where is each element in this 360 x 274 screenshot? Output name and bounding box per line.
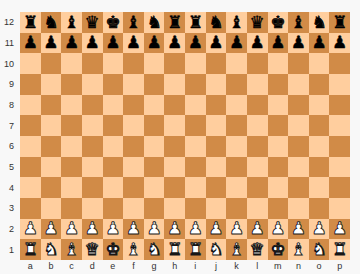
square-c5[interactable] (61, 157, 82, 178)
square-m1[interactable]: ♚ (268, 239, 289, 260)
piece-white-pawn: ♟ (146, 220, 161, 237)
square-o10[interactable] (309, 53, 330, 74)
square-f1[interactable]: ♝ (123, 239, 144, 260)
square-a6[interactable] (20, 136, 41, 157)
square-n7[interactable] (288, 115, 309, 136)
square-a4[interactable] (20, 177, 41, 198)
piece-white-king: ♚ (270, 241, 285, 258)
square-o12[interactable]: ♞ (309, 12, 330, 33)
square-m9[interactable] (268, 74, 289, 95)
square-m2[interactable]: ♟ (268, 219, 289, 240)
file-label-h: h (164, 261, 185, 271)
square-p11[interactable]: ♟ (329, 33, 350, 54)
square-f7[interactable] (123, 115, 144, 136)
square-d1[interactable]: ♛ (82, 239, 103, 260)
rank-label-10: 10 (0, 53, 14, 74)
rank-label-3: 3 (0, 198, 14, 219)
square-o6[interactable] (309, 136, 330, 157)
piece-white-queen: ♛ (85, 241, 100, 258)
square-l11[interactable]: ♟ (247, 33, 268, 54)
square-h12[interactable]: ♜ (164, 12, 185, 33)
square-l5[interactable] (247, 157, 268, 178)
square-h11[interactable]: ♟ (164, 33, 185, 54)
square-p8[interactable] (329, 95, 350, 116)
file-label-a: a (20, 261, 41, 271)
piece-black-bishop: ♝ (64, 13, 79, 30)
square-g12[interactable]: ♞ (144, 12, 165, 33)
piece-black-knight: ♞ (43, 13, 58, 30)
file-label-g: g (144, 261, 165, 271)
piece-white-bishop: ♝ (64, 241, 79, 258)
piece-white-pawn: ♟ (23, 220, 38, 237)
square-i1[interactable]: ♜ (185, 239, 206, 260)
piece-black-pawn: ♟ (126, 34, 141, 51)
square-k3[interactable] (226, 198, 247, 219)
square-j3[interactable] (206, 198, 227, 219)
square-g10[interactable] (144, 53, 165, 74)
square-h10[interactable] (164, 53, 185, 74)
square-c1[interactable]: ♝ (61, 239, 82, 260)
square-f4[interactable] (123, 177, 144, 198)
square-i3[interactable] (185, 198, 206, 219)
piece-black-rook: ♜ (188, 13, 203, 30)
square-j9[interactable] (206, 74, 227, 95)
piece-white-pawn: ♟ (43, 220, 58, 237)
square-j4[interactable] (206, 177, 227, 198)
piece-white-king: ♚ (105, 241, 120, 258)
square-a8[interactable] (20, 95, 41, 116)
rank-label-9: 9 (0, 74, 14, 95)
square-j11[interactable]: ♟ (206, 33, 227, 54)
square-o7[interactable] (309, 115, 330, 136)
square-n1[interactable]: ♝ (288, 239, 309, 260)
square-c2[interactable]: ♟ (61, 219, 82, 240)
piece-black-pawn: ♟ (291, 34, 306, 51)
piece-white-pawn: ♟ (332, 220, 347, 237)
piece-white-rook: ♜ (167, 241, 182, 258)
piece-white-bishop: ♝ (291, 241, 306, 258)
square-f2[interactable]: ♟ (123, 219, 144, 240)
file-label-k: k (226, 261, 247, 271)
square-p1[interactable]: ♜ (329, 239, 350, 260)
square-b1[interactable]: ♞ (41, 239, 62, 260)
square-l3[interactable] (247, 198, 268, 219)
file-label-j: j (206, 261, 227, 271)
piece-black-pawn: ♟ (229, 34, 244, 51)
square-e11[interactable]: ♟ (103, 33, 124, 54)
square-i6[interactable] (185, 136, 206, 157)
square-e8[interactable] (103, 95, 124, 116)
square-k10[interactable] (226, 53, 247, 74)
file-label-b: b (41, 261, 62, 271)
square-a11[interactable]: ♟ (20, 33, 41, 54)
square-l1[interactable]: ♛ (247, 239, 268, 260)
rank-label-5: 5 (0, 157, 14, 178)
square-p5[interactable] (329, 157, 350, 178)
piece-black-pawn: ♟ (64, 34, 79, 51)
square-a10[interactable] (20, 53, 41, 74)
piece-white-bishop: ♝ (126, 241, 141, 258)
square-j5[interactable] (206, 157, 227, 178)
square-d6[interactable] (82, 136, 103, 157)
square-n10[interactable] (288, 53, 309, 74)
square-l6[interactable] (247, 136, 268, 157)
file-labels: abcdefghijklmnop (20, 260, 350, 273)
square-h5[interactable] (164, 157, 185, 178)
file-label-l: l (247, 261, 268, 271)
square-j2[interactable]: ♟ (206, 219, 227, 240)
piece-black-rook: ♜ (167, 13, 182, 30)
square-b8[interactable] (41, 95, 62, 116)
square-b7[interactable] (41, 115, 62, 136)
piece-black-knight: ♞ (208, 13, 223, 30)
square-j8[interactable] (206, 95, 227, 116)
square-j6[interactable] (206, 136, 227, 157)
square-k1[interactable]: ♝ (226, 239, 247, 260)
piece-black-king: ♚ (270, 13, 285, 30)
square-h3[interactable] (164, 198, 185, 219)
square-c3[interactable] (61, 198, 82, 219)
square-o11[interactable]: ♟ (309, 33, 330, 54)
square-i9[interactable] (185, 74, 206, 95)
piece-white-pawn: ♟ (291, 220, 306, 237)
piece-black-pawn: ♟ (188, 34, 203, 51)
square-k7[interactable] (226, 115, 247, 136)
square-n4[interactable] (288, 177, 309, 198)
piece-white-knight: ♞ (311, 241, 326, 258)
square-o3[interactable] (309, 198, 330, 219)
square-e3[interactable] (103, 198, 124, 219)
piece-white-pawn: ♟ (250, 220, 265, 237)
square-a5[interactable] (20, 157, 41, 178)
piece-white-rook: ♜ (23, 241, 38, 258)
square-g9[interactable] (144, 74, 165, 95)
piece-black-pawn: ♟ (105, 34, 120, 51)
square-e6[interactable] (103, 136, 124, 157)
square-f11[interactable]: ♟ (123, 33, 144, 54)
square-e5[interactable] (103, 157, 124, 178)
rank-label-8: 8 (0, 95, 14, 116)
square-d2[interactable]: ♟ (82, 219, 103, 240)
square-f6[interactable] (123, 136, 144, 157)
piece-black-pawn: ♟ (208, 34, 223, 51)
square-b9[interactable] (41, 74, 62, 95)
square-j10[interactable] (206, 53, 227, 74)
square-l7[interactable] (247, 115, 268, 136)
square-d8[interactable] (82, 95, 103, 116)
square-a1[interactable]: ♜ (20, 239, 41, 260)
square-l2[interactable]: ♟ (247, 219, 268, 240)
square-e10[interactable] (103, 53, 124, 74)
square-m4[interactable] (268, 177, 289, 198)
file-label-m: m (268, 261, 289, 271)
square-n11[interactable]: ♟ (288, 33, 309, 54)
square-c4[interactable] (61, 177, 82, 198)
square-k8[interactable] (226, 95, 247, 116)
piece-white-queen: ♛ (250, 241, 265, 258)
piece-black-pawn: ♟ (332, 34, 347, 51)
file-label-c: c (61, 261, 82, 271)
piece-black-bishop: ♝ (229, 13, 244, 30)
square-k9[interactable] (226, 74, 247, 95)
square-b5[interactable] (41, 157, 62, 178)
square-i11[interactable]: ♟ (185, 33, 206, 54)
piece-black-pawn: ♟ (250, 34, 265, 51)
square-d3[interactable] (82, 198, 103, 219)
square-o8[interactable] (309, 95, 330, 116)
square-f9[interactable] (123, 74, 144, 95)
square-g4[interactable] (144, 177, 165, 198)
square-b4[interactable] (41, 177, 62, 198)
square-m10[interactable] (268, 53, 289, 74)
square-c11[interactable]: ♟ (61, 33, 82, 54)
rank-label-11: 11 (0, 33, 14, 54)
chess-board: ♜♞♝♛♚♝♞♜♜♞♝♛♚♝♞♜♟♟♟♟♟♟♟♟♟♟♟♟♟♟♟♟♟♟♟♟♟♟♟♟… (20, 12, 350, 260)
piece-black-rook: ♜ (23, 13, 38, 30)
square-a9[interactable] (20, 74, 41, 95)
piece-white-knight: ♞ (43, 241, 58, 258)
square-c6[interactable] (61, 136, 82, 157)
square-h2[interactable]: ♟ (164, 219, 185, 240)
square-k2[interactable]: ♟ (226, 219, 247, 240)
square-i8[interactable] (185, 95, 206, 116)
square-g7[interactable] (144, 115, 165, 136)
rank-label-6: 6 (0, 136, 14, 157)
square-l8[interactable] (247, 95, 268, 116)
square-f5[interactable] (123, 157, 144, 178)
square-p2[interactable]: ♟ (329, 219, 350, 240)
square-k6[interactable] (226, 136, 247, 157)
square-h9[interactable] (164, 74, 185, 95)
piece-black-pawn: ♟ (43, 34, 58, 51)
square-n5[interactable] (288, 157, 309, 178)
square-n2[interactable]: ♟ (288, 219, 309, 240)
square-b10[interactable] (41, 53, 62, 74)
piece-black-knight: ♞ (146, 13, 161, 30)
file-label-d: d (82, 261, 103, 271)
square-c10[interactable] (61, 53, 82, 74)
square-j1[interactable]: ♞ (206, 239, 227, 260)
square-c12[interactable]: ♝ (61, 12, 82, 33)
piece-black-pawn: ♟ (311, 34, 326, 51)
square-b11[interactable]: ♟ (41, 33, 62, 54)
piece-white-rook: ♜ (332, 241, 347, 258)
piece-white-pawn: ♟ (208, 220, 223, 237)
square-h7[interactable] (164, 115, 185, 136)
piece-white-pawn: ♟ (229, 220, 244, 237)
square-p9[interactable] (329, 74, 350, 95)
square-l12[interactable]: ♛ (247, 12, 268, 33)
square-i12[interactable]: ♜ (185, 12, 206, 33)
square-g1[interactable]: ♞ (144, 239, 165, 260)
piece-black-bishop: ♝ (126, 13, 141, 30)
piece-white-pawn: ♟ (311, 220, 326, 237)
square-o5[interactable] (309, 157, 330, 178)
piece-black-pawn: ♟ (167, 34, 182, 51)
piece-black-knight: ♞ (311, 13, 326, 30)
piece-white-pawn: ♟ (105, 220, 120, 237)
square-g2[interactable]: ♟ (144, 219, 165, 240)
square-p3[interactable] (329, 198, 350, 219)
square-d7[interactable] (82, 115, 103, 136)
square-n3[interactable] (288, 198, 309, 219)
square-b2[interactable]: ♟ (41, 219, 62, 240)
square-m8[interactable] (268, 95, 289, 116)
square-n8[interactable] (288, 95, 309, 116)
square-e7[interactable] (103, 115, 124, 136)
piece-white-pawn: ♟ (167, 220, 182, 237)
piece-black-queen: ♛ (85, 13, 100, 30)
square-g5[interactable] (144, 157, 165, 178)
square-m6[interactable] (268, 136, 289, 157)
piece-white-rook: ♜ (188, 241, 203, 258)
piece-black-bishop: ♝ (291, 13, 306, 30)
square-k4[interactable] (226, 177, 247, 198)
file-label-i: i (185, 261, 206, 271)
square-i2[interactable]: ♟ (185, 219, 206, 240)
square-i10[interactable] (185, 53, 206, 74)
square-l9[interactable] (247, 74, 268, 95)
square-g11[interactable]: ♟ (144, 33, 165, 54)
piece-white-pawn: ♟ (188, 220, 203, 237)
square-g6[interactable] (144, 136, 165, 157)
square-k11[interactable]: ♟ (226, 33, 247, 54)
square-g8[interactable] (144, 95, 165, 116)
piece-white-knight: ♞ (208, 241, 223, 258)
piece-black-king: ♚ (105, 13, 120, 30)
square-m7[interactable] (268, 115, 289, 136)
square-e9[interactable] (103, 74, 124, 95)
square-o9[interactable] (309, 74, 330, 95)
square-c7[interactable] (61, 115, 82, 136)
square-b12[interactable]: ♞ (41, 12, 62, 33)
square-n9[interactable] (288, 74, 309, 95)
square-j12[interactable]: ♞ (206, 12, 227, 33)
square-p4[interactable] (329, 177, 350, 198)
square-e4[interactable] (103, 177, 124, 198)
square-m12[interactable]: ♚ (268, 12, 289, 33)
rank-label-2: 2 (0, 219, 14, 240)
square-n6[interactable] (288, 136, 309, 157)
square-p7[interactable] (329, 115, 350, 136)
rank-label-7: 7 (0, 115, 14, 136)
piece-white-knight: ♞ (146, 241, 161, 258)
square-f8[interactable] (123, 95, 144, 116)
file-label-o: o (309, 261, 330, 271)
file-label-f: f (123, 261, 144, 271)
square-m3[interactable] (268, 198, 289, 219)
square-a3[interactable] (20, 198, 41, 219)
square-h4[interactable] (164, 177, 185, 198)
rank-label-12: 12 (0, 12, 14, 33)
square-h1[interactable]: ♜ (164, 239, 185, 260)
square-g3[interactable] (144, 198, 165, 219)
square-o1[interactable]: ♞ (309, 239, 330, 260)
piece-black-rook: ♜ (332, 13, 347, 30)
piece-black-queen: ♛ (250, 13, 265, 30)
square-i7[interactable] (185, 115, 206, 136)
square-d11[interactable]: ♟ (82, 33, 103, 54)
square-f12[interactable]: ♝ (123, 12, 144, 33)
square-d4[interactable] (82, 177, 103, 198)
square-o4[interactable] (309, 177, 330, 198)
square-a7[interactable] (20, 115, 41, 136)
square-d5[interactable] (82, 157, 103, 178)
rank-label-1: 1 (0, 239, 14, 260)
square-f10[interactable] (123, 53, 144, 74)
square-l10[interactable] (247, 53, 268, 74)
file-label-p: p (329, 261, 350, 271)
square-o2[interactable]: ♟ (309, 219, 330, 240)
square-h6[interactable] (164, 136, 185, 157)
square-l4[interactable] (247, 177, 268, 198)
piece-black-pawn: ♟ (270, 34, 285, 51)
square-e1[interactable]: ♚ (103, 239, 124, 260)
rank-labels: 121110987654321 (0, 12, 17, 260)
file-label-n: n (288, 261, 309, 271)
square-b3[interactable] (41, 198, 62, 219)
square-c8[interactable] (61, 95, 82, 116)
square-p10[interactable] (329, 53, 350, 74)
piece-white-bishop: ♝ (229, 241, 244, 258)
square-n12[interactable]: ♝ (288, 12, 309, 33)
square-m11[interactable]: ♟ (268, 33, 289, 54)
square-b6[interactable] (41, 136, 62, 157)
piece-black-pawn: ♟ (23, 34, 38, 51)
piece-white-pawn: ♟ (85, 220, 100, 237)
piece-black-pawn: ♟ (146, 34, 161, 51)
piece-white-pawn: ♟ (270, 220, 285, 237)
page: 121110987654321 ♜♞♝♛♚♝♞♜♜♞♝♛♚♝♞♜♟♟♟♟♟♟♟♟… (0, 0, 360, 274)
square-c9[interactable] (61, 74, 82, 95)
square-i4[interactable] (185, 177, 206, 198)
square-h8[interactable] (164, 95, 185, 116)
square-k12[interactable]: ♝ (226, 12, 247, 33)
square-k5[interactable] (226, 157, 247, 178)
square-d12[interactable]: ♛ (82, 12, 103, 33)
square-e2[interactable]: ♟ (103, 219, 124, 240)
rank-label-4: 4 (0, 177, 14, 198)
square-j7[interactable] (206, 115, 227, 136)
square-a2[interactable]: ♟ (20, 219, 41, 240)
square-e12[interactable]: ♚ (103, 12, 124, 33)
square-i5[interactable] (185, 157, 206, 178)
piece-white-pawn: ♟ (126, 220, 141, 237)
square-p6[interactable] (329, 136, 350, 157)
square-d10[interactable] (82, 53, 103, 74)
square-a12[interactable]: ♜ (20, 12, 41, 33)
file-label-e: e (103, 261, 124, 271)
square-d9[interactable] (82, 74, 103, 95)
square-f3[interactable] (123, 198, 144, 219)
piece-black-pawn: ♟ (85, 34, 100, 51)
square-p12[interactable]: ♜ (329, 12, 350, 33)
piece-white-pawn: ♟ (64, 220, 79, 237)
square-m5[interactable] (268, 157, 289, 178)
